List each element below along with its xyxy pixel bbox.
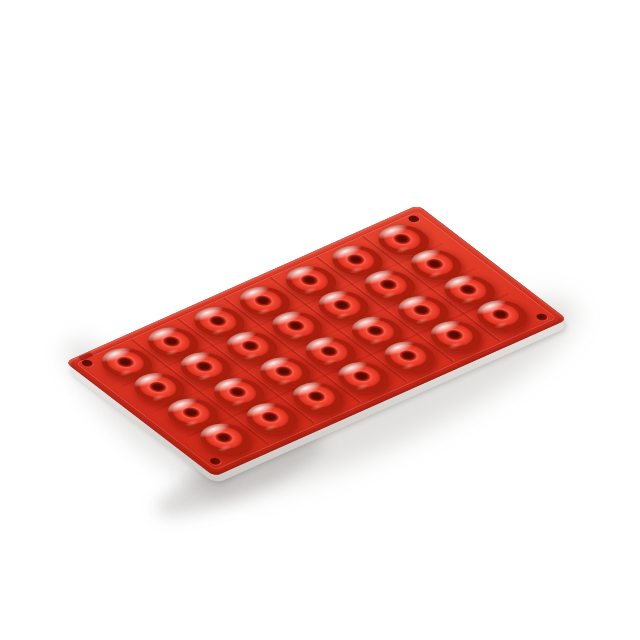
corner-hole xyxy=(534,312,549,321)
corner-hole xyxy=(406,214,421,223)
photo-canvas xyxy=(0,0,640,640)
corner-hole xyxy=(80,359,95,368)
silicone-mold xyxy=(65,205,567,476)
cavity-grid xyxy=(65,205,418,362)
corner-hole xyxy=(208,457,223,466)
